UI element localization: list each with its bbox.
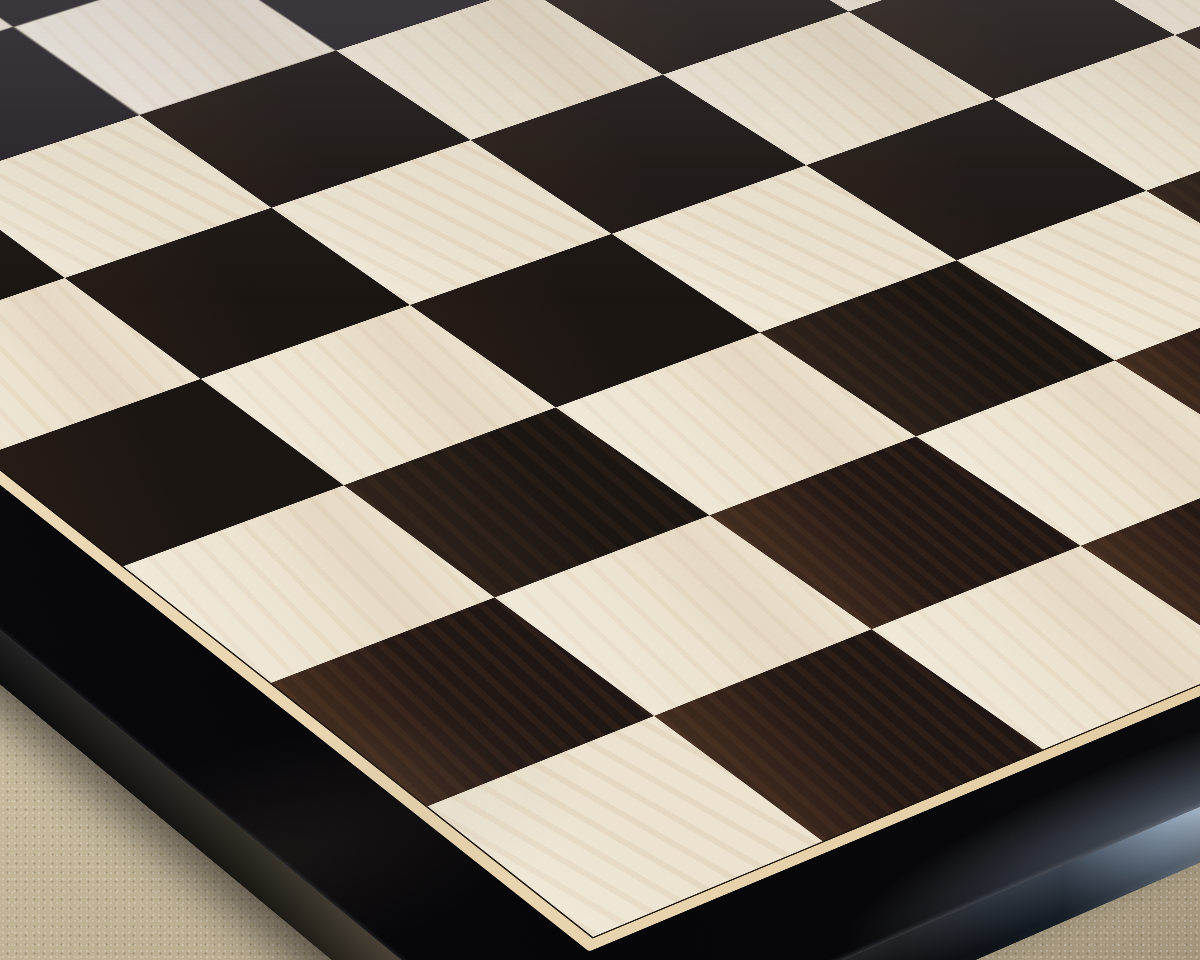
carpet-background — [0, 0, 1200, 960]
chessboard — [0, 0, 1200, 960]
photo-viewport — [0, 0, 1200, 960]
